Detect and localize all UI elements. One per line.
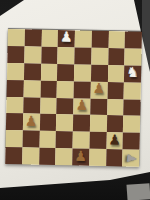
square-c4[interactable] xyxy=(40,97,57,114)
brown-pawn-f5[interactable]: ♟ xyxy=(92,81,105,95)
square-f5[interactable]: ♟ xyxy=(90,81,107,98)
white-knight-h6[interactable]: ♞ xyxy=(126,65,139,79)
square-a5[interactable] xyxy=(7,80,24,97)
square-f3[interactable] xyxy=(90,115,107,132)
square-f7[interactable] xyxy=(91,48,108,65)
square-h8[interactable] xyxy=(125,31,142,48)
square-d2[interactable] xyxy=(56,131,73,148)
square-f8[interactable] xyxy=(91,31,108,48)
square-b5[interactable] xyxy=(23,80,40,97)
square-h4[interactable] xyxy=(123,99,140,116)
square-c3[interactable] xyxy=(39,114,56,131)
dark-brown-pawn-g2[interactable]: ♟ xyxy=(108,132,121,146)
square-a4[interactable] xyxy=(6,96,23,113)
square-g1[interactable] xyxy=(106,149,123,166)
square-g4[interactable] xyxy=(107,99,124,116)
square-b2[interactable] xyxy=(22,131,39,148)
square-a3[interactable] xyxy=(6,113,23,130)
square-d7[interactable] xyxy=(58,47,75,64)
square-e1[interactable]: ♟ xyxy=(72,149,89,166)
square-c8[interactable] xyxy=(41,30,58,47)
square-d5[interactable] xyxy=(57,81,74,98)
square-a2[interactable] xyxy=(6,130,23,147)
square-h3[interactable] xyxy=(123,116,140,133)
white-pawn-d8[interactable]: ♟ xyxy=(60,30,73,44)
square-a1[interactable] xyxy=(5,147,22,164)
board-photo: ♟♞♟♟♟♟♟♟ xyxy=(0,0,150,200)
square-g3[interactable] xyxy=(106,115,123,132)
white-gray-pawn-h1[interactable]: ♟ xyxy=(124,152,137,164)
square-h1[interactable]: ♟ xyxy=(122,150,139,167)
square-g8[interactable] xyxy=(108,31,125,48)
square-a6[interactable] xyxy=(7,63,24,80)
square-g5[interactable] xyxy=(107,82,124,99)
square-c1[interactable] xyxy=(39,148,56,165)
square-b8[interactable] xyxy=(24,29,41,46)
square-a7[interactable] xyxy=(7,46,24,63)
square-c7[interactable] xyxy=(41,47,58,64)
square-f1[interactable] xyxy=(89,149,106,166)
square-a8[interactable] xyxy=(8,29,25,46)
square-e8[interactable] xyxy=(75,30,92,47)
square-d1[interactable] xyxy=(55,148,72,165)
brown-pawn-e1[interactable]: ♟ xyxy=(74,148,87,162)
square-d8[interactable]: ♟ xyxy=(58,30,75,47)
square-d3[interactable] xyxy=(56,114,73,131)
square-b7[interactable] xyxy=(24,46,41,63)
square-b3[interactable]: ♟ xyxy=(23,114,40,131)
square-c6[interactable] xyxy=(40,63,57,80)
square-b4[interactable] xyxy=(23,97,40,114)
square-g2[interactable]: ♟ xyxy=(106,132,123,149)
square-e2[interactable] xyxy=(73,132,90,149)
square-e4[interactable]: ♟ xyxy=(73,98,90,115)
square-h5[interactable] xyxy=(124,82,141,99)
desk-corner-patch xyxy=(126,183,150,200)
square-f6[interactable] xyxy=(91,64,108,81)
square-h2[interactable] xyxy=(123,133,140,150)
square-e3[interactable] xyxy=(73,115,90,132)
square-g7[interactable] xyxy=(108,48,125,65)
square-f4[interactable] xyxy=(90,98,107,115)
square-d4[interactable] xyxy=(56,98,73,115)
square-g6[interactable] xyxy=(107,65,124,82)
square-b1[interactable] xyxy=(22,147,39,164)
chess-board: ♟♞♟♟♟♟♟♟ xyxy=(5,29,142,167)
square-b6[interactable] xyxy=(24,63,41,80)
brown-pawn-b3[interactable]: ♟ xyxy=(25,114,38,128)
square-c5[interactable] xyxy=(40,80,57,97)
square-c2[interactable] xyxy=(39,131,56,148)
brown-pawn-e4[interactable]: ♟ xyxy=(75,98,88,112)
square-h6[interactable]: ♞ xyxy=(124,65,141,82)
square-d6[interactable] xyxy=(57,64,74,81)
square-h7[interactable] xyxy=(125,48,142,65)
square-e6[interactable] xyxy=(74,64,91,81)
square-f2[interactable] xyxy=(89,132,106,149)
square-e5[interactable] xyxy=(74,81,91,98)
square-e7[interactable] xyxy=(74,47,91,64)
